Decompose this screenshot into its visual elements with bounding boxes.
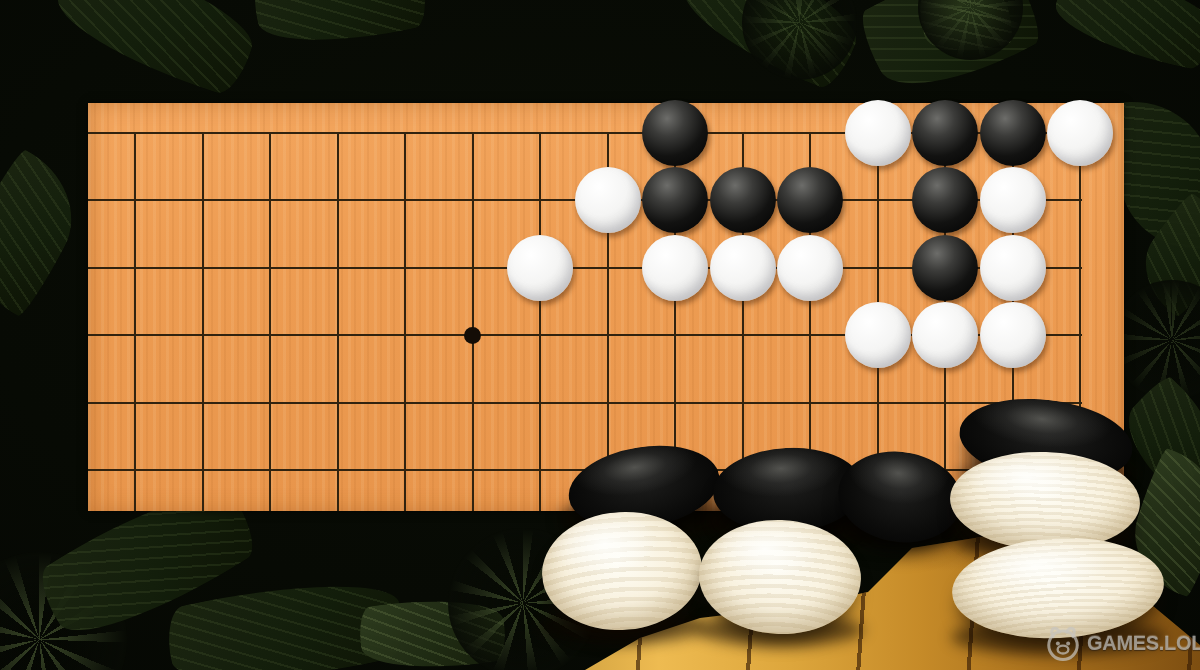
grid-line-vertical bbox=[337, 133, 339, 511]
black-stone-p18 bbox=[777, 167, 843, 233]
black-stone-s19 bbox=[980, 100, 1046, 166]
black-stone-r17 bbox=[912, 235, 978, 301]
white-stone-s17 bbox=[980, 235, 1046, 301]
black-stone-n19 bbox=[642, 100, 708, 166]
star-point-k16 bbox=[464, 327, 481, 344]
leaf-decoration bbox=[45, 0, 265, 99]
white-stone-r16 bbox=[912, 302, 978, 368]
watermark-text: GAMES.LOL bbox=[1087, 632, 1200, 655]
white-stone-o17 bbox=[710, 235, 776, 301]
white-stone-q19 bbox=[845, 100, 911, 166]
grid-line-vertical bbox=[269, 133, 271, 511]
white-stone-s16 bbox=[980, 302, 1046, 368]
leaf-decoration bbox=[248, 0, 432, 60]
black-stone-o18 bbox=[710, 167, 776, 233]
grid-line-vertical bbox=[472, 133, 474, 511]
flower-decoration bbox=[1112, 280, 1200, 400]
white-stone-n17 bbox=[642, 235, 708, 301]
grid-line-vertical bbox=[134, 133, 136, 511]
grid-line-vertical bbox=[202, 133, 204, 511]
grid-line-horizontal bbox=[88, 402, 1082, 404]
black-stone-r18 bbox=[912, 167, 978, 233]
white-stone-t19 bbox=[1047, 100, 1113, 166]
white-stone-s18 bbox=[980, 167, 1046, 233]
black-stone-n18 bbox=[642, 167, 708, 233]
grid-line-vertical bbox=[404, 133, 406, 511]
white-stone-l17 bbox=[507, 235, 573, 301]
black-stone-r19 bbox=[912, 100, 978, 166]
grid-line-vertical bbox=[539, 133, 541, 511]
screenshot-stage: GAMES.LOL bbox=[0, 0, 1200, 670]
white-stone-p17 bbox=[777, 235, 843, 301]
leaf-decoration bbox=[0, 146, 96, 320]
games-lol-watermark[interactable]: GAMES.LOL bbox=[1042, 622, 1200, 664]
games-lol-mascot-icon bbox=[1042, 622, 1084, 664]
white-stone-q16 bbox=[845, 302, 911, 368]
white-stone-m18 bbox=[575, 167, 641, 233]
leaf-decoration bbox=[1049, 0, 1200, 72]
